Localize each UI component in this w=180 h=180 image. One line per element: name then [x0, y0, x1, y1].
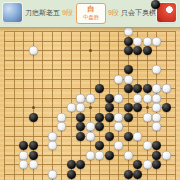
white-stone — [67, 103, 76, 112]
white-stone — [152, 122, 161, 131]
white-stone — [114, 113, 123, 122]
white-stone — [143, 94, 152, 103]
white-stone — [143, 160, 152, 169]
grid-line — [4, 60, 176, 61]
white-stone — [19, 151, 28, 160]
black-stone — [143, 46, 152, 55]
grid-line — [4, 69, 176, 70]
black-stone — [95, 84, 104, 93]
black-stone — [124, 84, 133, 93]
star-point — [89, 49, 92, 52]
grid-line — [175, 31, 176, 180]
white-stone — [48, 141, 57, 150]
white-stone — [114, 75, 123, 84]
grid-line — [4, 31, 176, 32]
black-stone — [105, 132, 114, 141]
white-stone — [76, 103, 85, 112]
black-stone — [124, 113, 133, 122]
black-stone — [133, 160, 142, 169]
white-stone — [152, 84, 161, 93]
black-stone — [152, 151, 161, 160]
black-stone — [124, 37, 133, 46]
go-board[interactable] — [0, 27, 180, 180]
white-stone — [152, 103, 161, 112]
black-stone — [124, 132, 133, 141]
result-method-label: 中盘胜 — [78, 13, 103, 20]
white-stone — [152, 94, 161, 103]
black-stone — [105, 113, 114, 122]
grid-line — [52, 31, 53, 180]
topbar-shadow — [0, 27, 180, 31]
grid-line — [42, 31, 43, 180]
white-stone — [143, 141, 152, 150]
grid-line — [14, 31, 15, 180]
black-stone — [95, 113, 104, 122]
white-stone — [114, 94, 123, 103]
star-point — [32, 106, 35, 109]
black-stone — [76, 160, 85, 169]
white-stone — [152, 37, 161, 46]
black-stone-indicator-icon — [151, 0, 160, 9]
black-stone — [162, 103, 171, 112]
black-stone — [67, 160, 76, 169]
black-stone — [76, 113, 85, 122]
white-stone — [95, 151, 104, 160]
black-stone — [133, 84, 142, 93]
star-point — [146, 106, 149, 109]
black-stone — [133, 103, 142, 112]
black-stone — [29, 113, 38, 122]
black-stone — [76, 122, 85, 131]
black-stone — [152, 141, 161, 150]
white-stone — [48, 170, 57, 179]
black-stone — [152, 160, 161, 169]
grid-line — [4, 174, 176, 175]
white-stone — [162, 151, 171, 160]
white-stone — [133, 94, 142, 103]
white-stone — [19, 160, 28, 169]
right-player-avatar[interactable] — [157, 3, 176, 22]
black-stone — [124, 65, 133, 74]
black-stone — [29, 141, 38, 150]
white-stone — [133, 132, 142, 141]
white-stone — [162, 84, 171, 93]
result-winner-label: 白 — [77, 4, 105, 13]
white-stone — [143, 37, 152, 46]
white-stone — [133, 37, 142, 46]
black-stone — [105, 103, 114, 112]
white-stone — [86, 151, 95, 160]
star-point — [89, 106, 92, 109]
white-stone — [86, 122, 95, 131]
black-stone — [124, 46, 133, 55]
white-stone — [124, 75, 133, 84]
game-result-box: 白 中盘胜 — [76, 3, 106, 24]
black-stone — [124, 103, 133, 112]
top-bar: 刀疤斯老五 9段 白 中盘胜 9段 只会下臭棋 — [0, 0, 180, 27]
white-stone — [48, 132, 57, 141]
right-player-rank: 9段 — [108, 9, 119, 17]
white-stone — [114, 122, 123, 131]
white-stone — [57, 122, 66, 131]
white-stone — [76, 94, 85, 103]
white-stone — [29, 160, 38, 169]
right-player-name: 只会下臭棋 — [121, 9, 156, 17]
black-stone — [19, 141, 28, 150]
grid-line — [61, 31, 62, 180]
black-stone — [133, 46, 142, 55]
white-stone — [86, 132, 95, 141]
black-stone — [95, 141, 104, 150]
grid-line — [118, 31, 119, 180]
black-stone — [95, 122, 104, 131]
white-stone — [57, 113, 66, 122]
white-stone — [86, 94, 95, 103]
black-stone — [105, 94, 114, 103]
left-player-name: 刀疤斯老五 — [25, 9, 60, 17]
white-stone — [29, 46, 38, 55]
black-stone — [133, 170, 142, 179]
white-stone — [152, 65, 161, 74]
black-stone — [124, 170, 133, 179]
left-player-avatar[interactable] — [3, 3, 22, 22]
left-player-rank: 9段 — [62, 9, 73, 17]
black-stone — [105, 151, 114, 160]
white-stone — [124, 151, 133, 160]
white-stone — [114, 141, 123, 150]
black-stone — [76, 132, 85, 141]
grid-line — [4, 31, 5, 180]
white-stone — [143, 113, 152, 122]
white-stone — [152, 113, 161, 122]
black-stone — [67, 170, 76, 179]
grid-line — [4, 79, 176, 80]
black-stone — [29, 151, 38, 160]
black-stone — [143, 84, 152, 93]
